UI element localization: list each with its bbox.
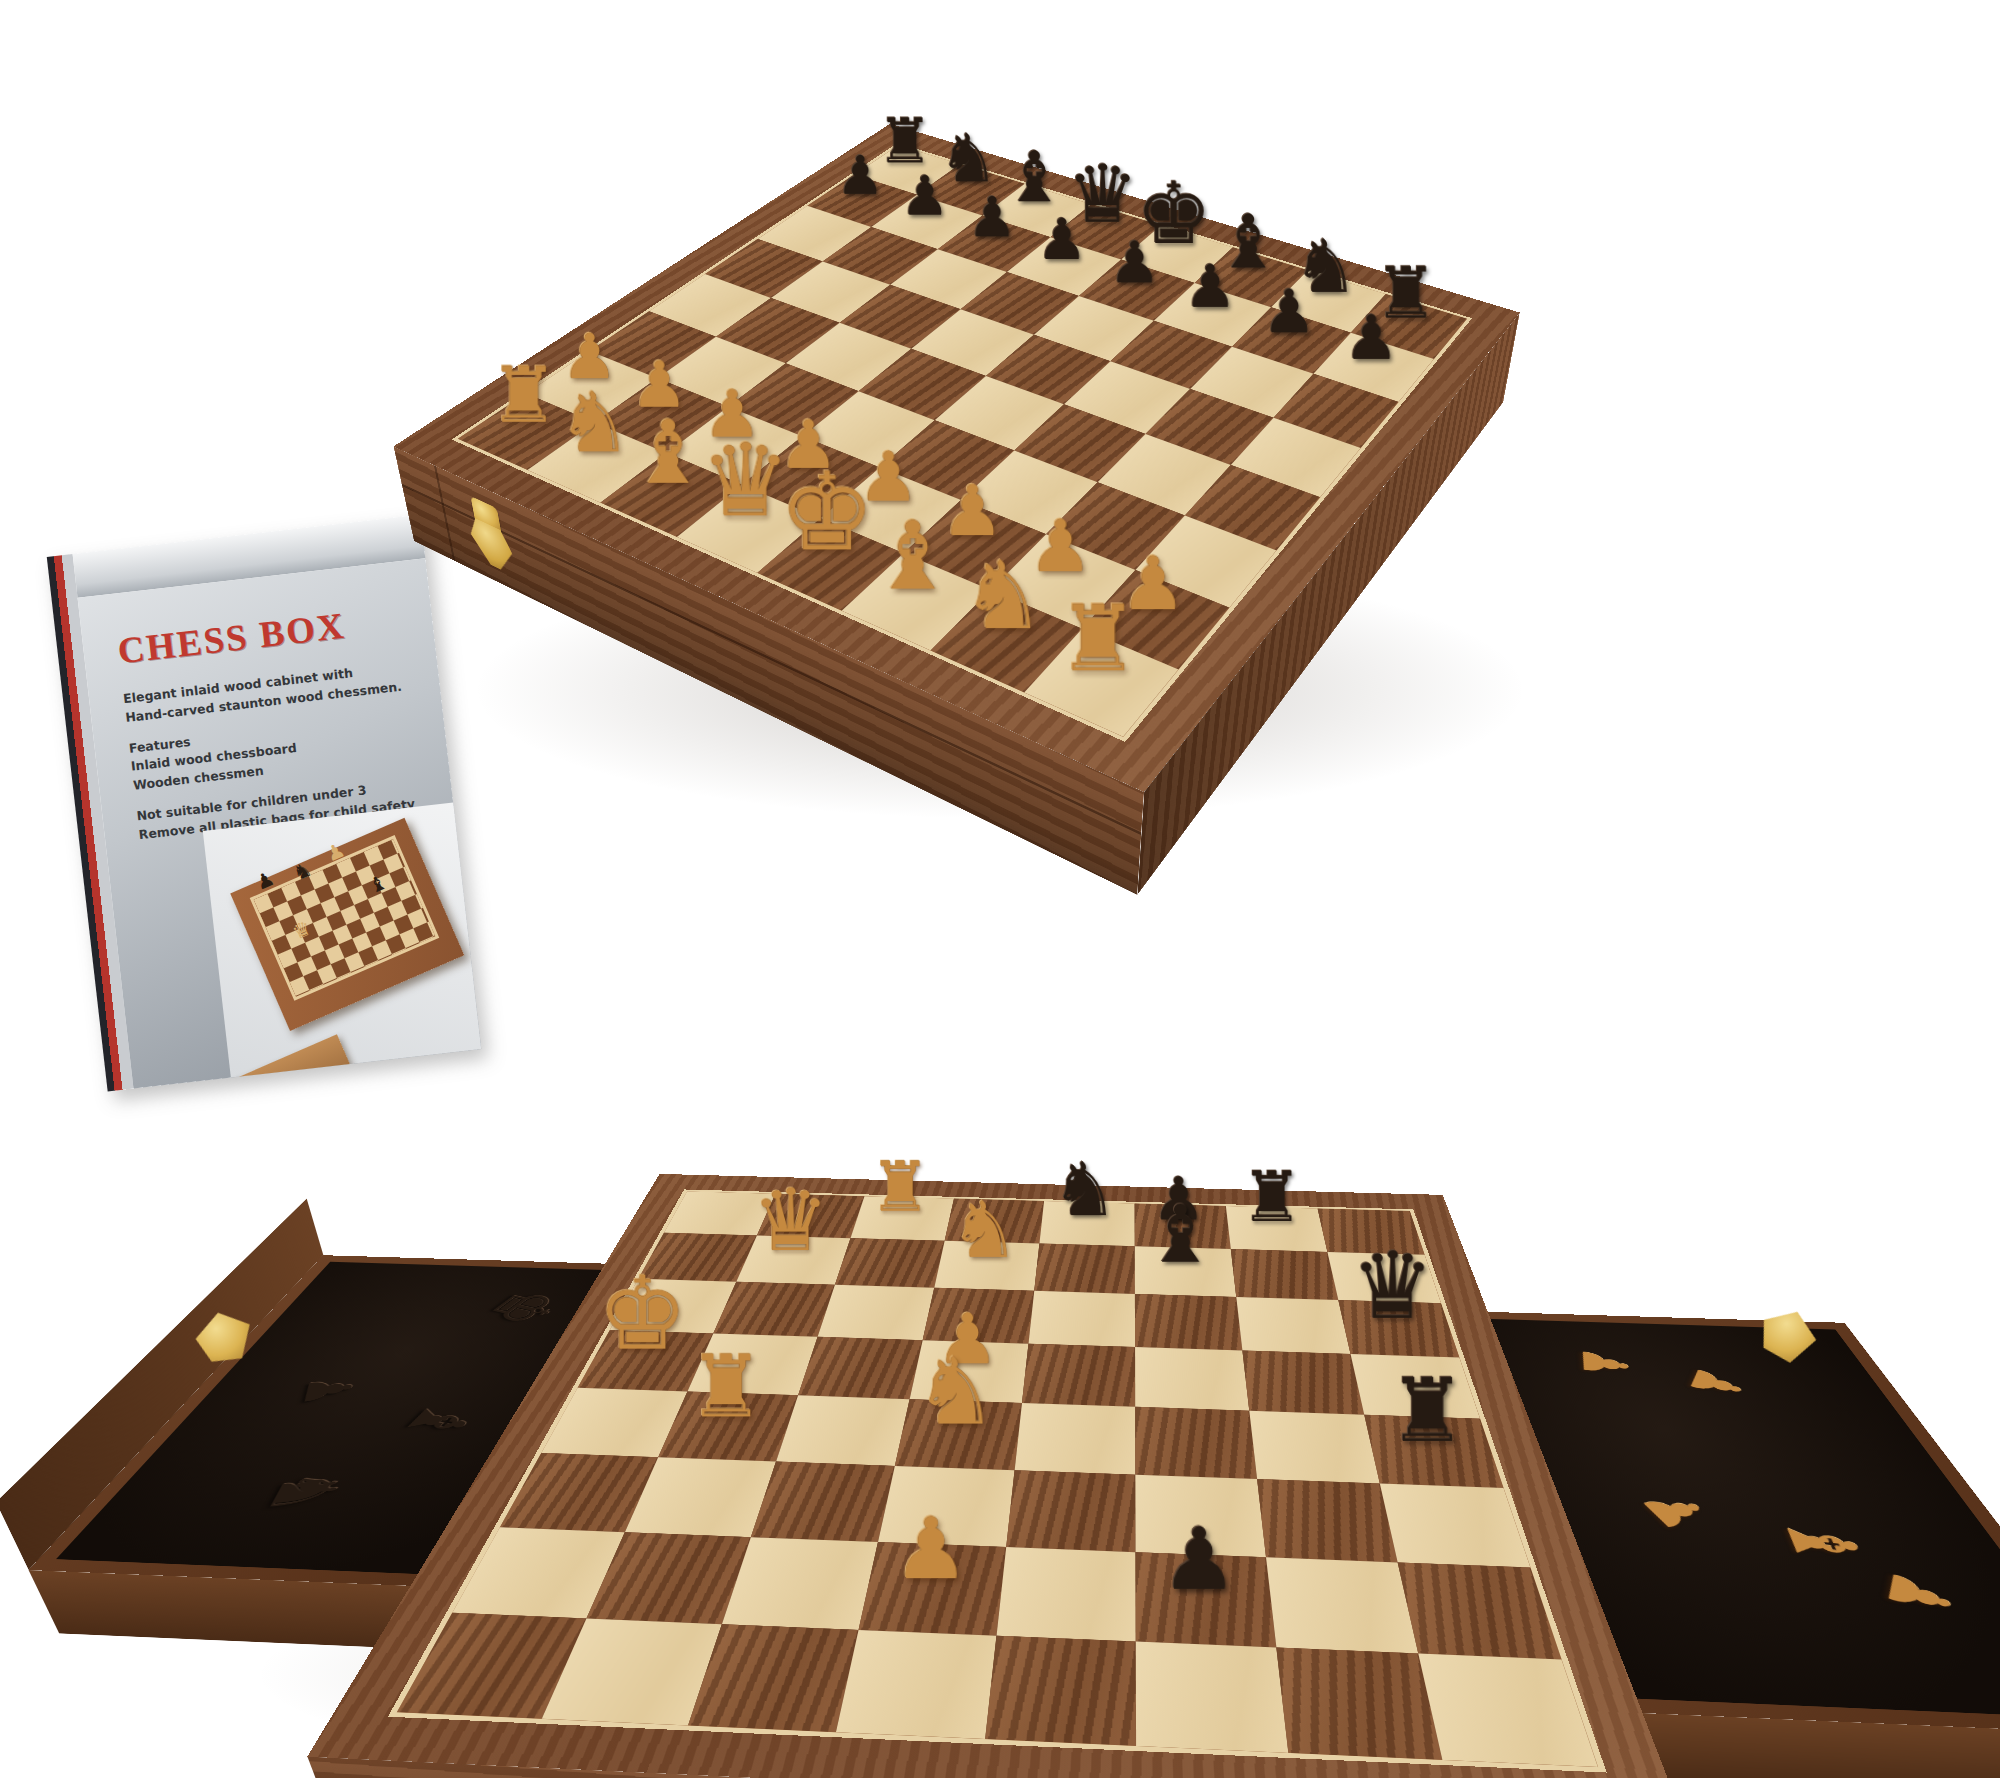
piece-white-queen-b7[interactable]: ♛ — [752, 1178, 829, 1264]
piece-black-bishop-f7[interactable]: ♝ — [1144, 1195, 1216, 1275]
piece-white-knight-d7[interactable]: ♞ — [949, 1191, 1019, 1269]
square-a3[interactable] — [500, 1453, 658, 1532]
square-f1[interactable] — [1136, 1642, 1289, 1753]
captured-white-pawn[interactable]: ♟ — [1629, 1488, 1724, 1535]
square-g6[interactable] — [1236, 1297, 1350, 1354]
square-d1[interactable] — [836, 1630, 997, 1739]
square-f4[interactable] — [1135, 1407, 1257, 1479]
captured-black-pawn[interactable]: ♟ — [293, 1372, 361, 1408]
piece-black-pawn-f7[interactable]: ♟ — [1184, 257, 1237, 316]
packaging-photo-drawer: ♟ ♟ — [203, 1034, 355, 1077]
captured-white-pawn[interactable]: ♟ — [1875, 1565, 1961, 1626]
piece-white-rook-c8[interactable]: ♜ — [869, 1153, 931, 1222]
square-e6[interactable] — [1028, 1291, 1135, 1347]
piece-white-knight-b1[interactable]: ♞ — [557, 381, 632, 464]
piece-black-pawn-h7[interactable]: ♟ — [1344, 307, 1399, 368]
captured-white-pawn[interactable]: ♟ — [1679, 1363, 1752, 1405]
square-c5[interactable] — [798, 1337, 923, 1399]
captured-black-knight[interactable]: ♞ — [253, 1469, 355, 1515]
square-c3[interactable] — [751, 1462, 895, 1543]
square-g5[interactable] — [1242, 1351, 1364, 1415]
square-a1[interactable] — [397, 1613, 587, 1719]
packaging-photo-chessbox: ♟ ♞ ♟ ♝ ♛ — [230, 818, 464, 1031]
square-e7[interactable] — [1034, 1244, 1135, 1294]
square-g1[interactable] — [1276, 1648, 1442, 1760]
square-b6[interactable] — [713, 1282, 835, 1337]
square-a2[interactable] — [452, 1527, 625, 1618]
square-c4[interactable] — [776, 1395, 910, 1466]
square-h1[interactable] — [1418, 1653, 1598, 1767]
square-c7[interactable] — [835, 1238, 945, 1288]
square-f6[interactable] — [1135, 1294, 1242, 1351]
bottom-chess-box: ♚♟♝♞ ♟♟♟♝♟ ♜♞♟♜♛♞♝♛♚♟♜♞♜♟♟ — [307, 1174, 1684, 1778]
captured-white-bishop[interactable]: ♝ — [1770, 1516, 1879, 1572]
square-c1[interactable] — [688, 1624, 858, 1732]
captured-white-pawn[interactable]: ♟ — [1573, 1346, 1636, 1381]
square-f5[interactable] — [1135, 1347, 1249, 1411]
square-e3[interactable] — [1006, 1470, 1135, 1552]
piece-black-queen-h6[interactable]: ♛ — [1351, 1240, 1434, 1333]
piece-white-king-e1[interactable]: ♚ — [778, 459, 874, 567]
packaging-box: CHESS BOX Elegant inlaid wood cabinet wi… — [47, 514, 481, 1091]
piece-black-pawn-b7[interactable]: ♟ — [900, 169, 949, 223]
square-h3[interactable] — [1380, 1484, 1531, 1568]
piece-black-knight-e8[interactable]: ♞ — [1051, 1153, 1117, 1227]
piece-black-rook-a8[interactable]: ♜ — [877, 110, 933, 172]
square-e1[interactable] — [985, 1636, 1136, 1746]
square-h2[interactable] — [1398, 1562, 1562, 1659]
square-c6[interactable] — [818, 1285, 935, 1340]
piece-black-pawn-a7[interactable]: ♟ — [836, 149, 884, 202]
packaging-photo: ♟ ♞ ♟ ♝ ♛ ♟ ♟ — [203, 803, 481, 1078]
square-c2[interactable] — [722, 1537, 878, 1630]
piece-white-rook-b4[interactable]: ♜ — [687, 1344, 764, 1430]
piece-white-rook-h1[interactable]: ♜ — [1057, 592, 1139, 684]
brass-clasp-icon[interactable] — [463, 492, 517, 578]
piece-black-pawn-c7[interactable]: ♟ — [967, 190, 1017, 246]
piece-white-knight-g1[interactable]: ♞ — [961, 549, 1045, 643]
piece-black-rook-g8[interactable]: ♜ — [1241, 1162, 1303, 1231]
square-e4[interactable] — [1015, 1403, 1136, 1475]
piece-black-pawn-g7[interactable]: ♟ — [1262, 282, 1316, 342]
piece-black-pawn-f2[interactable]: ♟ — [1160, 1516, 1237, 1602]
packaging-front-panel: CHESS BOX Elegant inlaid wood cabinet wi… — [78, 558, 482, 1088]
square-g7[interactable] — [1231, 1249, 1339, 1300]
piece-white-bishop-f1[interactable]: ♝ — [871, 509, 955, 603]
piece-white-pawn-d2[interactable]: ♟ — [892, 1506, 968, 1591]
square-e2[interactable] — [997, 1547, 1136, 1641]
piece-white-king-a5[interactable]: ♚ — [597, 1263, 688, 1364]
piece-black-pawn-d7[interactable]: ♟ — [1036, 211, 1087, 268]
piece-black-rook-h4[interactable]: ♜ — [1388, 1366, 1467, 1454]
piece-white-bishop-c1[interactable]: ♝ — [629, 409, 707, 496]
piece-black-pawn-e7[interactable]: ♟ — [1109, 234, 1161, 292]
piece-white-queen-d1[interactable]: ♛ — [700, 430, 790, 531]
square-g2[interactable] — [1266, 1557, 1418, 1653]
piece-white-rook-a1[interactable]: ♜ — [489, 356, 558, 433]
square-g4[interactable] — [1249, 1411, 1380, 1484]
captured-black-king[interactable]: ♚ — [473, 1286, 575, 1331]
square-g3[interactable] — [1257, 1479, 1398, 1562]
square-e5[interactable] — [1022, 1344, 1135, 1407]
piece-white-knight-d4[interactable]: ♞ — [914, 1345, 997, 1438]
captured-black-bishop[interactable]: ♝ — [388, 1399, 489, 1445]
